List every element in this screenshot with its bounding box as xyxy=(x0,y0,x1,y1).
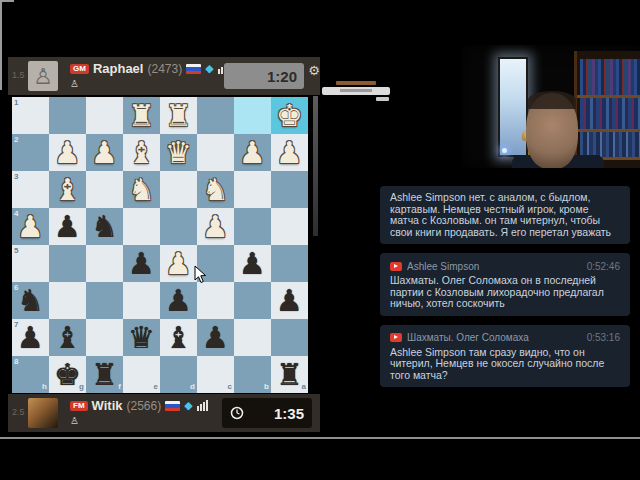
piece-wP[interactable]: ♟ xyxy=(271,134,308,171)
top-title-badge: GM xyxy=(70,64,89,74)
square-b2[interactable]: ♟ xyxy=(234,134,271,171)
webcam-books xyxy=(580,98,640,129)
square-c2[interactable] xyxy=(197,134,234,171)
bottom-player-bar: 2.5 FM Witik (2566) ◆ ♙ 1:35 xyxy=(8,394,320,432)
chess-board[interactable]: 1♜♜♚2♟♟♝♛♟♟3♝♞♞4♟♟♞♟5♟♟♟6♞♟♟7♟♝♛♝♟8hg♚f♜… xyxy=(12,97,308,393)
webcam-books xyxy=(580,132,640,157)
signal-bars-icon xyxy=(197,400,208,411)
piece-bQ[interactable]: ♛ xyxy=(123,319,160,356)
top-match-score: 1.5 xyxy=(12,70,25,80)
piece-wB[interactable]: ♝ xyxy=(49,171,86,208)
piece-bN[interactable]: ♞ xyxy=(86,208,123,245)
square-h2[interactable]: 2 xyxy=(12,134,49,171)
square-a8[interactable]: a♜ xyxy=(271,356,308,393)
top-player-name[interactable]: Raphael xyxy=(93,61,144,76)
square-g6[interactable] xyxy=(49,282,86,319)
chat-message[interactable]: Шахматы. Олег Соломаха 0:53:16 Ashlee Si… xyxy=(380,325,630,388)
square-b3[interactable] xyxy=(234,171,271,208)
webcam-person-hair xyxy=(528,91,576,109)
top-player-avatar[interactable]: ♙ xyxy=(28,61,58,91)
file-label: e xyxy=(154,383,158,391)
rank-label: 6 xyxy=(14,284,18,292)
webcam-bookshelf xyxy=(574,51,640,168)
square-a1[interactable]: ♚ xyxy=(271,97,308,134)
rank-label: 4 xyxy=(14,210,18,218)
chat-panel: Ashlee Simpson нет. с аналом, с быдлом, … xyxy=(380,186,630,396)
square-a2[interactable]: ♟ xyxy=(271,134,308,171)
square-e2[interactable]: ♝ xyxy=(123,134,160,171)
rank-label: 5 xyxy=(14,247,18,255)
square-g2[interactable]: ♟ xyxy=(49,134,86,171)
patron-gem-icon: ◆ xyxy=(184,400,192,411)
square-b4[interactable] xyxy=(234,208,271,245)
square-a7[interactable] xyxy=(271,319,308,356)
square-f3[interactable] xyxy=(86,171,123,208)
piece-bB[interactable]: ♝ xyxy=(49,319,86,356)
bottom-player-clock: 1:35 xyxy=(222,398,312,428)
file-label: g xyxy=(79,383,84,391)
square-b7[interactable] xyxy=(234,319,271,356)
chat-message-text: Шахматы. Олег Соломаха он в последней па… xyxy=(390,275,620,310)
square-e5[interactable]: ♟ xyxy=(123,245,160,282)
chat-message[interactable]: Ashlee Simpson нет. с аналом, с быдлом, … xyxy=(380,186,630,244)
square-a4[interactable] xyxy=(271,208,308,245)
piece-bP[interactable]: ♟ xyxy=(160,282,197,319)
chat-message-text: Ashlee Simpson там сразу видно, что он ч… xyxy=(390,347,620,382)
webcam-video xyxy=(462,45,640,168)
square-c6[interactable] xyxy=(197,282,234,319)
top-player-clock: 1:20 xyxy=(224,63,304,89)
webcam-window-light xyxy=(498,57,528,157)
bottom-player-info: FM Witik (2566) ◆ ♙ xyxy=(70,397,208,428)
square-e1[interactable]: ♜ xyxy=(123,97,160,134)
square-h4[interactable]: 4♟ xyxy=(12,208,49,245)
square-c3[interactable]: ♞ xyxy=(197,171,234,208)
square-f4[interactable]: ♞ xyxy=(86,208,123,245)
rank-label: 7 xyxy=(14,321,18,329)
russia-flag-icon xyxy=(165,401,180,411)
square-f8[interactable]: f♜ xyxy=(86,356,123,393)
bottom-player-name[interactable]: Witik xyxy=(92,398,123,413)
piece-wP[interactable]: ♟ xyxy=(86,134,123,171)
webcam-shelf-bar xyxy=(577,129,640,132)
square-d6[interactable]: ♟ xyxy=(160,282,197,319)
stream-alert-widget xyxy=(322,79,392,101)
piece-bP[interactable]: ♟ xyxy=(271,282,308,319)
stream-frame: 1.5 ♙ GM Raphael (2473) ◆ ♙ 1:20 ⚙ 1♜♜♚2… xyxy=(0,0,640,480)
bottom-captured-pieces: ♙ xyxy=(70,414,208,428)
square-f6[interactable] xyxy=(86,282,123,319)
file-label: d xyxy=(190,383,195,391)
square-e4[interactable] xyxy=(123,208,160,245)
russia-flag-icon xyxy=(186,64,201,74)
clock-icon xyxy=(230,406,244,420)
piece-wN[interactable]: ♞ xyxy=(123,171,160,208)
top-player-rating: (2473) xyxy=(147,62,182,76)
file-label: c xyxy=(228,383,232,391)
square-d5[interactable]: ♟ xyxy=(160,245,197,282)
capture-edge-left xyxy=(0,0,2,90)
square-d8[interactable]: d xyxy=(160,356,197,393)
square-c1[interactable] xyxy=(197,97,234,134)
webcam-sparkle xyxy=(502,148,507,153)
chat-author[interactable]: Шахматы. Олег Соломаха xyxy=(407,332,582,343)
piece-bP[interactable]: ♟ xyxy=(234,245,271,282)
square-c4[interactable]: ♟ xyxy=(197,208,234,245)
piece-wQ[interactable]: ♛ xyxy=(160,134,197,171)
square-b1[interactable] xyxy=(234,97,271,134)
file-label: a xyxy=(302,383,306,391)
rank-label: 2 xyxy=(14,136,18,144)
square-h3[interactable]: 3 xyxy=(12,171,49,208)
square-d1[interactable]: ♜ xyxy=(160,97,197,134)
stream-alert-time xyxy=(376,97,389,101)
bottom-clock-time: 1:35 xyxy=(274,405,304,422)
square-g8[interactable]: g♚ xyxy=(49,356,86,393)
top-clock-time: 1:20 xyxy=(267,68,304,85)
square-e6[interactable] xyxy=(123,282,160,319)
webcam-shelf-bar xyxy=(577,95,640,98)
file-label: f xyxy=(118,383,121,391)
square-d2[interactable]: ♛ xyxy=(160,134,197,171)
square-h6[interactable]: 6♞ xyxy=(12,282,49,319)
bottom-match-score: 2.5 xyxy=(12,407,25,417)
square-a6[interactable]: ♟ xyxy=(271,282,308,319)
webcam-books xyxy=(580,59,640,95)
stream-alert-progressbar xyxy=(322,87,390,95)
piece-wP[interactable]: ♟ xyxy=(49,134,86,171)
square-e8[interactable]: e xyxy=(123,356,160,393)
youtube-icon xyxy=(390,333,402,342)
square-d7[interactable]: ♝ xyxy=(160,319,197,356)
piece-bP[interactable]: ♟ xyxy=(49,208,86,245)
piece-wB[interactable]: ♝ xyxy=(123,134,160,171)
bottom-player-avatar[interactable] xyxy=(28,398,58,428)
bottom-title-badge: FM xyxy=(70,401,88,411)
piece-wP[interactable]: ♟ xyxy=(160,245,197,282)
patron-gem-icon: ◆ xyxy=(205,63,213,74)
rank-label: 3 xyxy=(14,173,18,181)
square-d3[interactable] xyxy=(160,171,197,208)
square-d4[interactable] xyxy=(160,208,197,245)
square-f1[interactable] xyxy=(86,97,123,134)
square-g1[interactable] xyxy=(49,97,86,134)
square-g4[interactable]: ♟ xyxy=(49,208,86,245)
square-h1[interactable]: 1 xyxy=(12,97,49,134)
top-captured-pieces: ♙ xyxy=(70,77,229,91)
gear-icon[interactable]: ⚙ xyxy=(308,63,320,78)
square-c7[interactable]: ♟ xyxy=(197,319,234,356)
piece-wP[interactable]: ♟ xyxy=(197,208,234,245)
square-a5[interactable] xyxy=(271,245,308,282)
piece-wK[interactable]: ♚ xyxy=(271,97,308,134)
mouse-cursor xyxy=(194,265,207,284)
chat-timestamp: 0:53:16 xyxy=(587,332,620,343)
piece-bP[interactable]: ♟ xyxy=(197,319,234,356)
chat-message-text: Ashlee Simpson нет. с аналом, с быдлом, … xyxy=(390,192,620,238)
square-b8[interactable]: b xyxy=(234,356,271,393)
piece-wP[interactable]: ♟ xyxy=(234,134,271,171)
bottom-player-rating: (2566) xyxy=(127,399,162,413)
file-label: b xyxy=(264,383,269,391)
capture-edge-bottom xyxy=(0,437,640,439)
square-e3[interactable]: ♞ xyxy=(123,171,160,208)
piece-bP[interactable]: ♟ xyxy=(123,245,160,282)
square-h7[interactable]: 7♟ xyxy=(12,319,49,356)
stream-alert-title xyxy=(336,81,376,85)
piece-wR[interactable]: ♜ xyxy=(160,97,197,134)
square-a3[interactable] xyxy=(271,171,308,208)
square-b6[interactable] xyxy=(234,282,271,319)
square-g3[interactable]: ♝ xyxy=(49,171,86,208)
top-player-info: GM Raphael (2473) ◆ ♙ xyxy=(70,60,229,91)
youtube-icon xyxy=(390,262,402,271)
capture-edge-top xyxy=(0,0,14,2)
rank-label: 8 xyxy=(14,358,18,366)
piece-wR[interactable]: ♜ xyxy=(123,97,160,134)
square-c8[interactable]: c xyxy=(197,356,234,393)
square-g5[interactable] xyxy=(49,245,86,282)
rank-label: 1 xyxy=(14,99,18,107)
square-g7[interactable]: ♝ xyxy=(49,319,86,356)
square-h5[interactable]: 5 xyxy=(12,245,49,282)
square-e7[interactable]: ♛ xyxy=(123,319,160,356)
chat-message[interactable]: Ashlee Simpson 0:52:46 Шахматы. Олег Сол… xyxy=(380,253,630,316)
square-f2[interactable]: ♟ xyxy=(86,134,123,171)
square-f7[interactable] xyxy=(86,319,123,356)
chat-author[interactable]: Ashlee Simpson xyxy=(407,261,582,272)
square-b5[interactable]: ♟ xyxy=(234,245,271,282)
piece-bB[interactable]: ♝ xyxy=(160,319,197,356)
square-h8[interactable]: 8h xyxy=(12,356,49,393)
board-edge-strip xyxy=(313,96,318,236)
file-label: h xyxy=(42,383,47,391)
chat-timestamp: 0:52:46 xyxy=(587,261,620,272)
piece-wN[interactable]: ♞ xyxy=(197,171,234,208)
square-f5[interactable] xyxy=(86,245,123,282)
top-player-bar: 1.5 ♙ GM Raphael (2473) ◆ ♙ 1:20 ⚙ xyxy=(8,57,320,95)
